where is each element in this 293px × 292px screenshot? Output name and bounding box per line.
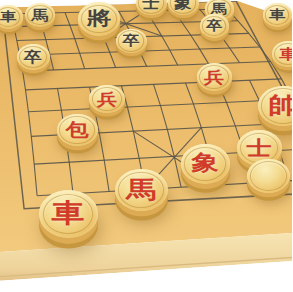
piece-red-cannon-1[interactable]: 包 [57, 114, 98, 147]
piece-character: 馬 [32, 8, 49, 22]
piece-character: 帥 [269, 94, 293, 117]
piece-character: 士 [143, 0, 160, 10]
engraved-ring [250, 161, 287, 191]
piece-character: 車 [279, 47, 292, 61]
piece-character: 兵 [204, 69, 224, 85]
piece-character: 卒 [24, 50, 42, 64]
piece-character: 車 [269, 9, 285, 22]
piece-character: 卒 [123, 34, 140, 48]
piece-character: 卒 [206, 20, 222, 33]
piece-red-elephant-1[interactable]: 象 [181, 144, 230, 183]
piece-black-chariot-2[interactable]: 車 [263, 3, 292, 26]
piece-black-soldier-2[interactable]: 卒 [116, 29, 147, 54]
piece-red-soldier-2[interactable]: 兵 [89, 85, 125, 114]
piece-black-soldier-3[interactable]: 卒 [17, 44, 50, 70]
piece-character: 包 [66, 121, 89, 139]
xiangqi-set-photo: 車馬將士象馬卒車卒卒兵兵包車帥士象馬車 [0, 0, 292, 292]
piece-character: 車 [0, 11, 16, 24]
piece-black-general[interactable]: 將 [78, 2, 120, 36]
piece-character: 象 [175, 0, 192, 10]
piece-black-soldier-1[interactable]: 卒 [200, 14, 229, 37]
piece-character: 士 [247, 138, 272, 158]
piece-character: 馬 [126, 178, 156, 202]
piece-face-down-piece[interactable] [247, 159, 290, 193]
piece-black-chariot-1[interactable]: 車 [0, 5, 23, 28]
piece-red-chariot-2[interactable]: 車 [39, 190, 98, 237]
piece-character: 將 [87, 9, 111, 28]
piece-red-soldier-1[interactable]: 兵 [197, 63, 232, 91]
piece-character: 象 [192, 153, 219, 175]
piece-black-horse-1[interactable]: 馬 [25, 3, 55, 27]
piece-character: 兵 [97, 91, 117, 107]
piece-red-horse-1[interactable]: 馬 [115, 169, 168, 211]
piece-character: 車 [52, 201, 85, 227]
